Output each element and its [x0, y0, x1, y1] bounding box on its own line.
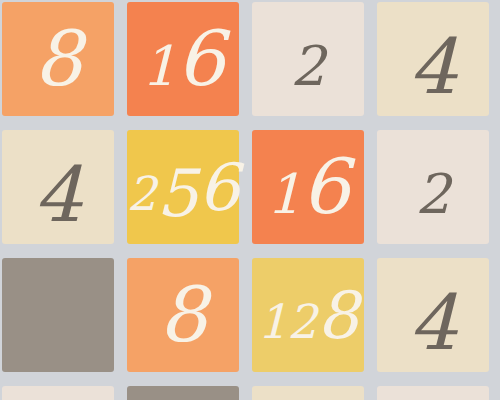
tile-value: 4 — [34, 149, 82, 225]
tile-4: 4 — [252, 386, 364, 400]
empty-cell — [127, 386, 239, 400]
tile-value: 2 — [291, 21, 326, 97]
tile-value: 4 — [409, 277, 457, 353]
game-2048-screen: 81624425616281284242 — [0, 0, 500, 400]
tile-2: 2 — [2, 386, 114, 400]
empty-cell — [2, 258, 114, 372]
tile-value: 16 — [141, 21, 224, 97]
tile-16: 16 — [127, 2, 239, 116]
tile-2: 2 — [252, 2, 364, 116]
tile-value: 8 — [34, 21, 82, 97]
tile-8: 8 — [127, 258, 239, 372]
board-grid[interactable]: 81624425616281284242 — [2, 2, 489, 400]
tile-2: 2 — [377, 130, 489, 244]
tile-value: 2 — [416, 149, 451, 225]
tile-4: 4 — [2, 130, 114, 244]
tile-value: 128 — [258, 283, 359, 348]
tile-value: 4 — [409, 21, 457, 97]
tile-value: 256 — [127, 155, 240, 220]
tile-16: 16 — [252, 130, 364, 244]
tile-128: 128 — [252, 258, 364, 372]
tile-4: 4 — [377, 258, 489, 372]
tile-2: 2 — [377, 386, 489, 400]
tile-value: 8 — [159, 277, 207, 353]
tile-value: 16 — [266, 149, 349, 225]
tile-4: 4 — [377, 2, 489, 116]
tile-8: 8 — [2, 2, 114, 116]
tile-256: 256 — [127, 130, 239, 244]
